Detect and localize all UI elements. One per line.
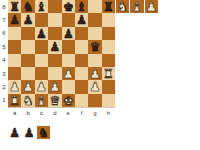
piece-black-queen[interactable]: ♛: [89, 40, 100, 53]
square-h3[interactable]: ♜: [102, 67, 115, 80]
square-e5[interactable]: [62, 40, 75, 53]
square-g2[interactable]: ♟: [88, 80, 101, 93]
square-f7[interactable]: ♟: [75, 13, 88, 26]
square-c4[interactable]: [35, 54, 48, 67]
piece-white-pawn[interactable]: ♟: [9, 80, 20, 93]
square-d2[interactable]: ♟: [48, 80, 61, 93]
captured-piece-black-pawn: ♟: [23, 126, 34, 139]
file-labels: abcdefgh: [8, 109, 115, 117]
piece-black-rook[interactable]: ♜: [9, 0, 20, 13]
piece-white-king[interactable]: ♚: [63, 94, 74, 107]
square-f2[interactable]: [75, 80, 88, 93]
rank-label-8: 8: [0, 0, 8, 13]
square-f4[interactable]: [75, 54, 88, 67]
square-h8[interactable]: ♜: [102, 0, 115, 13]
square-h7[interactable]: [102, 13, 115, 26]
piece-white-pawn[interactable]: ♟: [22, 80, 33, 93]
file-label-d: d: [48, 109, 61, 117]
square-f5[interactable]: [75, 40, 88, 53]
piece-white-rook[interactable]: ♜: [9, 94, 20, 107]
square-g4[interactable]: [88, 54, 101, 67]
square-f3[interactable]: [75, 67, 88, 80]
piece-white-rook[interactable]: ♜: [103, 67, 114, 80]
rank-label-3: 3: [0, 67, 8, 80]
square-d1[interactable]: ♛: [48, 94, 61, 107]
captured-piece-black-pawn: ♟: [9, 126, 20, 139]
square-d8[interactable]: [48, 0, 61, 13]
captured-piece-white-bishop: ♝: [131, 0, 142, 13]
square-c5[interactable]: [35, 40, 48, 53]
square-a5[interactable]: [8, 40, 21, 53]
square-b1[interactable]: ♞: [21, 94, 34, 107]
square-c8[interactable]: ♝: [35, 0, 48, 13]
piece-white-pawn[interactable]: ♟: [89, 80, 100, 93]
square-b8[interactable]: ♞: [21, 0, 34, 13]
square-g3[interactable]: ♟: [88, 67, 101, 80]
file-label-b: b: [21, 109, 34, 117]
square-d5[interactable]: ♟: [48, 40, 61, 53]
square-e2[interactable]: [62, 80, 75, 93]
square-f6[interactable]: [75, 27, 88, 40]
square-h5[interactable]: [102, 40, 115, 53]
square-d6[interactable]: [48, 27, 61, 40]
square-a6[interactable]: [8, 27, 21, 40]
piece-black-pawn[interactable]: ♟: [76, 13, 87, 26]
captured-black-pieces-tray: ♟♟♞: [8, 126, 50, 139]
square-b3[interactable]: [21, 67, 34, 80]
square-a7[interactable]: ♟: [8, 13, 21, 26]
piece-white-queen[interactable]: ♛: [49, 94, 60, 107]
square-a2[interactable]: ♟: [8, 80, 21, 93]
square-g7[interactable]: [88, 13, 101, 26]
piece-white-pawn[interactable]: ♟: [89, 67, 100, 80]
square-g6[interactable]: [88, 27, 101, 40]
captured-white-knight-tile: ♞: [116, 0, 129, 13]
square-a8[interactable]: ♜: [8, 0, 21, 13]
square-b5[interactable]: [21, 40, 34, 53]
file-label-a: a: [8, 109, 21, 117]
square-c6[interactable]: ♟: [35, 27, 48, 40]
square-d4[interactable]: [48, 54, 61, 67]
square-e6[interactable]: ♟: [62, 27, 75, 40]
piece-black-knight[interactable]: ♞: [22, 0, 33, 13]
captured-white-pawn-tile: ♟: [145, 0, 158, 13]
square-b6[interactable]: [21, 27, 34, 40]
square-d3[interactable]: [48, 67, 61, 80]
square-a4[interactable]: [8, 54, 21, 67]
captured-piece-white-knight: ♞: [117, 0, 128, 13]
square-e4[interactable]: [62, 54, 75, 67]
square-b4[interactable]: [21, 54, 34, 67]
square-g5[interactable]: ♛: [88, 40, 101, 53]
square-d7[interactable]: [48, 13, 61, 26]
square-a3[interactable]: [8, 67, 21, 80]
square-f1[interactable]: [75, 94, 88, 107]
square-h4[interactable]: [102, 54, 115, 67]
square-g1[interactable]: [88, 94, 101, 107]
piece-black-king[interactable]: ♚: [63, 0, 74, 13]
captured-white-pieces-tray: ♞♝♟: [116, 0, 158, 13]
rank-label-7: 7: [0, 13, 8, 26]
file-label-h: h: [102, 109, 115, 117]
file-label-f: f: [75, 109, 88, 117]
chess-board: ♜♞♝♚♝♜♟♟♟♟♟♟♛♟♟♜♟♟♟♟♟♜♞♝♛♚: [8, 0, 115, 108]
piece-black-pawn[interactable]: ♟: [49, 40, 60, 53]
square-c7[interactable]: [35, 13, 48, 26]
square-e1[interactable]: ♚: [62, 94, 75, 107]
piece-black-pawn[interactable]: ♟: [9, 13, 20, 26]
square-a1[interactable]: ♜: [8, 94, 21, 107]
file-label-e: e: [62, 109, 75, 117]
square-c2[interactable]: ♟: [35, 80, 48, 93]
piece-black-pawn[interactable]: ♟: [63, 27, 74, 40]
file-label-c: c: [35, 109, 48, 117]
rank-label-1: 1: [0, 94, 8, 107]
piece-black-rook[interactable]: ♜: [103, 0, 114, 13]
piece-black-bishop[interactable]: ♝: [36, 0, 47, 13]
piece-white-bishop[interactable]: ♝: [36, 94, 47, 107]
piece-black-pawn[interactable]: ♟: [22, 13, 33, 26]
square-f8[interactable]: ♝: [75, 0, 88, 13]
captured-black-knight-tile: ♞: [37, 126, 50, 139]
square-e3[interactable]: ♟: [62, 67, 75, 80]
square-b2[interactable]: ♟: [21, 80, 34, 93]
square-g8[interactable]: [88, 0, 101, 13]
piece-white-pawn[interactable]: ♟: [63, 67, 74, 80]
rank-label-5: 5: [0, 40, 8, 53]
captured-piece-black-knight: ♞: [38, 126, 49, 139]
rank-label-4: 4: [0, 54, 8, 67]
piece-black-pawn[interactable]: ♟: [36, 27, 47, 40]
square-b7[interactable]: ♟: [21, 13, 34, 26]
square-e7[interactable]: [62, 13, 75, 26]
square-h2[interactable]: [102, 80, 115, 93]
file-label-g: g: [88, 109, 101, 117]
piece-white-pawn[interactable]: ♟: [49, 80, 60, 93]
rank-label-6: 6: [0, 27, 8, 40]
captured-black-pawn-tile: ♟: [8, 126, 21, 139]
square-c1[interactable]: ♝: [35, 94, 48, 107]
chess-app-screen: 87654321 ♜♞♝♚♝♜♟♟♟♟♟♟♛♟♟♜♟♟♟♟♟♜♞♝♛♚ abcd…: [0, 0, 200, 150]
piece-black-bishop[interactable]: ♝: [76, 0, 87, 13]
piece-white-pawn[interactable]: ♟: [36, 80, 47, 93]
piece-white-knight[interactable]: ♞: [22, 94, 33, 107]
square-h6[interactable]: [102, 27, 115, 40]
rank-label-2: 2: [0, 80, 8, 93]
square-c3[interactable]: [35, 67, 48, 80]
captured-piece-white-pawn: ♟: [146, 0, 157, 13]
captured-white-bishop-tile: ♝: [130, 0, 143, 13]
square-e8[interactable]: ♚: [62, 0, 75, 13]
square-h1[interactable]: [102, 94, 115, 107]
captured-black-pawn-tile: ♟: [22, 126, 35, 139]
